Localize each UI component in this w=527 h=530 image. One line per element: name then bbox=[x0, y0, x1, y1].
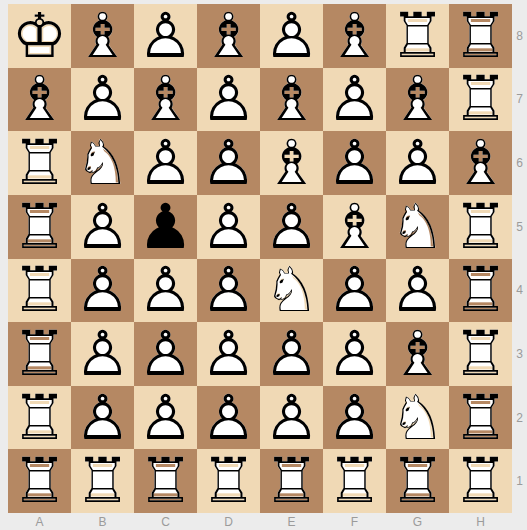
piece-outline: ♙ bbox=[134, 131, 197, 195]
piece-white-pawn[interactable]: ♟♙ bbox=[71, 322, 134, 386]
square-f7[interactable]: ♟♙ bbox=[323, 68, 386, 132]
piece-outline: ♖ bbox=[71, 449, 134, 513]
rank-label-5: 5 bbox=[512, 195, 527, 259]
square-b4[interactable]: ♟♙ bbox=[71, 259, 134, 323]
square-d7[interactable]: ♟♙ bbox=[197, 68, 260, 132]
piece-outline: ♙ bbox=[134, 322, 197, 386]
square-f2[interactable]: ♟♙ bbox=[323, 386, 386, 450]
piece-outline: ♗ bbox=[71, 4, 134, 68]
piece-outline: ♙ bbox=[323, 386, 386, 450]
piece-white-rook[interactable]: ♜♖ bbox=[71, 449, 134, 513]
square-a6[interactable]: ♜♖ bbox=[8, 131, 71, 195]
rank-label-1: 1 bbox=[512, 449, 527, 513]
square-d6[interactable]: ♟♙ bbox=[197, 131, 260, 195]
square-e1[interactable]: ♜♖ bbox=[260, 449, 323, 513]
piece-white-bishop[interactable]: ♝♗ bbox=[260, 131, 323, 195]
piece-outline: ♗ bbox=[260, 131, 323, 195]
square-g2[interactable]: ♞♘ bbox=[386, 386, 449, 450]
piece-outline: ♘ bbox=[260, 259, 323, 323]
piece-outline: ♙ bbox=[71, 68, 134, 132]
piece-outline: ♙ bbox=[197, 322, 260, 386]
rank-label-2: 2 bbox=[512, 386, 527, 450]
square-h6[interactable]: ♝♗ bbox=[449, 131, 512, 195]
piece-outline: ♘ bbox=[71, 131, 134, 195]
square-b1[interactable]: ♜♖ bbox=[71, 449, 134, 513]
piece-white-rook[interactable]: ♜♖ bbox=[323, 449, 386, 513]
piece-white-rook[interactable]: ♜♖ bbox=[449, 4, 512, 68]
square-g3[interactable]: ♝♗ bbox=[386, 322, 449, 386]
board-layout: ♚♔♝♗♟♙♝♗♟♙♝♗♜♖♜♖♝♗♟♙♝♗♟♙♝♗♟♙♝♗♜♖♜♖♞♘♟♙♟♙… bbox=[8, 4, 527, 530]
square-h7[interactable]: ♜♖ bbox=[449, 68, 512, 132]
piece-outline: ♘ bbox=[386, 195, 449, 259]
piece-outline: ♙ bbox=[134, 259, 197, 323]
square-c4[interactable]: ♟♙ bbox=[134, 259, 197, 323]
piece-outline: ♙ bbox=[197, 386, 260, 450]
square-h2[interactable]: ♜♖ bbox=[449, 386, 512, 450]
piece-white-pawn[interactable]: ♟♙ bbox=[260, 322, 323, 386]
square-c6[interactable]: ♟♙ bbox=[134, 131, 197, 195]
square-h8[interactable]: ♜♖ bbox=[449, 4, 512, 68]
piece-white-pawn[interactable]: ♟♙ bbox=[134, 4, 197, 68]
square-g4[interactable]: ♟♙ bbox=[386, 259, 449, 323]
piece-outline: ♙ bbox=[197, 131, 260, 195]
piece-outline: ♖ bbox=[323, 449, 386, 513]
piece-white-rook[interactable]: ♜♖ bbox=[449, 386, 512, 450]
rank-label-6: 6 bbox=[512, 131, 527, 195]
piece-white-bishop[interactable]: ♝♗ bbox=[323, 195, 386, 259]
piece-white-pawn[interactable]: ♟♙ bbox=[323, 131, 386, 195]
piece-outline: ♗ bbox=[386, 68, 449, 132]
piece-white-bishop[interactable]: ♝♗ bbox=[386, 322, 449, 386]
piece-outline: ♙ bbox=[134, 4, 197, 68]
piece-white-rook[interactable]: ♜♖ bbox=[197, 449, 260, 513]
square-b7[interactable]: ♟♙ bbox=[71, 68, 134, 132]
chess-board: ♚♔♝♗♟♙♝♗♟♙♝♗♜♖♜♖♝♗♟♙♝♗♟♙♝♗♟♙♝♗♜♖♜♖♞♘♟♙♟♙… bbox=[8, 4, 512, 513]
piece-white-rook[interactable]: ♜♖ bbox=[8, 322, 71, 386]
piece-black-pawn[interactable]: ♟ bbox=[134, 195, 197, 259]
square-e4[interactable]: ♞♘ bbox=[260, 259, 323, 323]
piece-white-knight[interactable]: ♞♘ bbox=[71, 131, 134, 195]
square-c3[interactable]: ♟♙ bbox=[134, 322, 197, 386]
piece-outline: ♖ bbox=[449, 322, 512, 386]
piece-white-pawn[interactable]: ♟♙ bbox=[197, 68, 260, 132]
square-a1[interactable]: ♜♖ bbox=[8, 449, 71, 513]
piece-outline: ♖ bbox=[449, 195, 512, 259]
piece-outline: ♙ bbox=[71, 195, 134, 259]
corner-spacer bbox=[512, 513, 527, 530]
piece-outline: ♙ bbox=[386, 259, 449, 323]
square-c2[interactable]: ♟♙ bbox=[134, 386, 197, 450]
square-f8[interactable]: ♝♗ bbox=[323, 4, 386, 68]
square-b5[interactable]: ♟♙ bbox=[71, 195, 134, 259]
square-e3[interactable]: ♟♙ bbox=[260, 322, 323, 386]
rank-labels: 87654321 bbox=[512, 4, 527, 513]
piece-outline: ♙ bbox=[197, 68, 260, 132]
piece-outline: ♖ bbox=[386, 449, 449, 513]
square-g6[interactable]: ♟♙ bbox=[386, 131, 449, 195]
piece-white-rook[interactable]: ♜♖ bbox=[8, 131, 71, 195]
piece-white-rook[interactable]: ♜♖ bbox=[386, 4, 449, 68]
square-b3[interactable]: ♟♙ bbox=[71, 322, 134, 386]
piece-outline: ♗ bbox=[386, 322, 449, 386]
piece-outline: ♖ bbox=[449, 259, 512, 323]
square-e8[interactable]: ♟♙ bbox=[260, 4, 323, 68]
piece-outline: ♙ bbox=[323, 131, 386, 195]
piece-outline: ♙ bbox=[260, 322, 323, 386]
piece-outline: ♙ bbox=[260, 195, 323, 259]
square-e5[interactable]: ♟♙ bbox=[260, 195, 323, 259]
square-h5[interactable]: ♜♖ bbox=[449, 195, 512, 259]
square-g8[interactable]: ♜♖ bbox=[386, 4, 449, 68]
piece-white-pawn[interactable]: ♟♙ bbox=[386, 131, 449, 195]
square-g1[interactable]: ♜♖ bbox=[386, 449, 449, 513]
square-d2[interactable]: ♟♙ bbox=[197, 386, 260, 450]
piece-white-knight[interactable]: ♞♘ bbox=[260, 259, 323, 323]
piece-outline: ♗ bbox=[323, 195, 386, 259]
square-h1[interactable]: ♜♖ bbox=[449, 449, 512, 513]
piece-outline: ♖ bbox=[449, 4, 512, 68]
piece-white-pawn[interactable]: ♟♙ bbox=[197, 195, 260, 259]
square-f4[interactable]: ♟♙ bbox=[323, 259, 386, 323]
piece-white-pawn[interactable]: ♟♙ bbox=[323, 322, 386, 386]
square-c5[interactable]: ♟ bbox=[134, 195, 197, 259]
piece-outline: ♖ bbox=[8, 322, 71, 386]
piece-outline: ♖ bbox=[449, 386, 512, 450]
piece-white-bishop[interactable]: ♝♗ bbox=[8, 68, 71, 132]
piece-outline: ♙ bbox=[323, 259, 386, 323]
piece-outline: ♖ bbox=[8, 195, 71, 259]
piece-outline: ♖ bbox=[8, 386, 71, 450]
piece-outline: ♖ bbox=[8, 259, 71, 323]
piece-outline: ♖ bbox=[449, 68, 512, 132]
piece-outline: ♗ bbox=[197, 4, 260, 68]
piece-outline: ♖ bbox=[449, 449, 512, 513]
piece-white-rook[interactable]: ♜♖ bbox=[8, 195, 71, 259]
piece-outline: ♙ bbox=[71, 259, 134, 323]
square-d5[interactable]: ♟♙ bbox=[197, 195, 260, 259]
piece-white-pawn[interactable]: ♟♙ bbox=[134, 322, 197, 386]
piece-white-bishop[interactable]: ♝♗ bbox=[260, 68, 323, 132]
square-e7[interactable]: ♝♗ bbox=[260, 68, 323, 132]
piece-white-pawn[interactable]: ♟♙ bbox=[260, 195, 323, 259]
piece-white-pawn[interactable]: ♟♙ bbox=[197, 322, 260, 386]
square-f6[interactable]: ♟♙ bbox=[323, 131, 386, 195]
piece-white-bishop[interactable]: ♝♗ bbox=[197, 4, 260, 68]
square-d1[interactable]: ♜♖ bbox=[197, 449, 260, 513]
piece-white-rook[interactable]: ♜♖ bbox=[449, 322, 512, 386]
piece-white-bishop[interactable]: ♝♗ bbox=[449, 131, 512, 195]
piece-outline: ♙ bbox=[71, 322, 134, 386]
piece-outline: ♙ bbox=[260, 386, 323, 450]
piece-white-rook[interactable]: ♜♖ bbox=[449, 68, 512, 132]
piece-outline: ♙ bbox=[71, 386, 134, 450]
rank-label-3: 3 bbox=[512, 322, 527, 386]
piece-white-pawn[interactable]: ♟♙ bbox=[323, 68, 386, 132]
piece-white-pawn[interactable]: ♟♙ bbox=[197, 131, 260, 195]
piece-outline: ♙ bbox=[386, 131, 449, 195]
square-h4[interactable]: ♜♖ bbox=[449, 259, 512, 323]
piece-outline: ♙ bbox=[134, 386, 197, 450]
piece-white-pawn[interactable]: ♟♙ bbox=[71, 195, 134, 259]
piece-white-pawn[interactable]: ♟♙ bbox=[71, 68, 134, 132]
piece-outline: ♗ bbox=[8, 68, 71, 132]
square-f5[interactable]: ♝♗ bbox=[323, 195, 386, 259]
piece-white-pawn[interactable]: ♟♙ bbox=[260, 386, 323, 450]
rank-label-8: 8 bbox=[512, 4, 527, 68]
piece-outline: ♙ bbox=[197, 259, 260, 323]
piece-outline: ♙ bbox=[260, 4, 323, 68]
square-a8[interactable]: ♚♔ bbox=[8, 4, 71, 68]
rank-label-4: 4 bbox=[512, 259, 527, 323]
piece-white-bishop[interactable]: ♝♗ bbox=[134, 68, 197, 132]
piece-outline: ♔ bbox=[8, 4, 71, 68]
rank-label-7: 7 bbox=[512, 68, 527, 132]
piece-outline: ♙ bbox=[197, 195, 260, 259]
piece-white-rook[interactable]: ♜♖ bbox=[8, 259, 71, 323]
piece-outline: ♖ bbox=[8, 131, 71, 195]
piece-white-pawn[interactable]: ♟♙ bbox=[134, 259, 197, 323]
square-a2[interactable]: ♜♖ bbox=[8, 386, 71, 450]
square-d3[interactable]: ♟♙ bbox=[197, 322, 260, 386]
square-e2[interactable]: ♟♙ bbox=[260, 386, 323, 450]
piece-outline: ♙ bbox=[323, 68, 386, 132]
piece-white-rook[interactable]: ♜♖ bbox=[134, 449, 197, 513]
piece-white-rook[interactable]: ♜♖ bbox=[449, 195, 512, 259]
square-b2[interactable]: ♟♙ bbox=[71, 386, 134, 450]
piece-white-rook[interactable]: ♜♖ bbox=[8, 449, 71, 513]
piece-outline: ♖ bbox=[197, 449, 260, 513]
piece-white-pawn[interactable]: ♟♙ bbox=[323, 259, 386, 323]
square-a7[interactable]: ♝♗ bbox=[8, 68, 71, 132]
piece-white-pawn[interactable]: ♟♙ bbox=[134, 386, 197, 450]
square-c8[interactable]: ♟♙ bbox=[134, 4, 197, 68]
square-a3[interactable]: ♜♖ bbox=[8, 322, 71, 386]
square-f3[interactable]: ♟♙ bbox=[323, 322, 386, 386]
square-f1[interactable]: ♜♖ bbox=[323, 449, 386, 513]
piece-white-rook[interactable]: ♜♖ bbox=[449, 259, 512, 323]
piece-white-pawn[interactable]: ♟♙ bbox=[71, 386, 134, 450]
piece-white-knight[interactable]: ♞♘ bbox=[386, 195, 449, 259]
square-c7[interactable]: ♝♗ bbox=[134, 68, 197, 132]
piece-white-pawn[interactable]: ♟♙ bbox=[323, 386, 386, 450]
piece-white-bishop[interactable]: ♝♗ bbox=[71, 4, 134, 68]
square-a4[interactable]: ♜♖ bbox=[8, 259, 71, 323]
piece-outline: ♖ bbox=[260, 449, 323, 513]
piece-outline: ♗ bbox=[260, 68, 323, 132]
piece-white-bishop[interactable]: ♝♗ bbox=[323, 4, 386, 68]
piece-white-pawn[interactable]: ♟♙ bbox=[197, 259, 260, 323]
piece-outline: ♗ bbox=[449, 131, 512, 195]
piece-white-pawn[interactable]: ♟♙ bbox=[134, 131, 197, 195]
piece-white-pawn[interactable]: ♟♙ bbox=[71, 259, 134, 323]
piece-white-pawn[interactable]: ♟♙ bbox=[386, 259, 449, 323]
piece-white-rook[interactable]: ♜♖ bbox=[8, 386, 71, 450]
piece-white-king[interactable]: ♚♔ bbox=[8, 4, 71, 68]
square-g5[interactable]: ♞♘ bbox=[386, 195, 449, 259]
piece-white-rook[interactable]: ♜♖ bbox=[386, 449, 449, 513]
piece-fill: ♟ bbox=[134, 195, 197, 259]
square-g7[interactable]: ♝♗ bbox=[386, 68, 449, 132]
piece-white-pawn[interactable]: ♟♙ bbox=[197, 386, 260, 450]
square-e6[interactable]: ♝♗ bbox=[260, 131, 323, 195]
piece-outline: ♖ bbox=[8, 449, 71, 513]
square-d4[interactable]: ♟♙ bbox=[197, 259, 260, 323]
piece-white-bishop[interactable]: ♝♗ bbox=[386, 68, 449, 132]
piece-white-rook[interactable]: ♜♖ bbox=[449, 449, 512, 513]
square-b8[interactable]: ♝♗ bbox=[71, 4, 134, 68]
square-a5[interactable]: ♜♖ bbox=[8, 195, 71, 259]
piece-outline: ♖ bbox=[386, 4, 449, 68]
piece-outline: ♗ bbox=[134, 68, 197, 132]
square-c1[interactable]: ♜♖ bbox=[134, 449, 197, 513]
piece-outline: ♗ bbox=[323, 4, 386, 68]
square-h3[interactable]: ♜♖ bbox=[449, 322, 512, 386]
square-d8[interactable]: ♝♗ bbox=[197, 4, 260, 68]
piece-outline: ♖ bbox=[134, 449, 197, 513]
piece-outline: ♘ bbox=[386, 386, 449, 450]
piece-outline: ♙ bbox=[323, 322, 386, 386]
piece-white-rook[interactable]: ♜♖ bbox=[260, 449, 323, 513]
piece-white-pawn[interactable]: ♟♙ bbox=[260, 4, 323, 68]
piece-white-knight[interactable]: ♞♘ bbox=[386, 386, 449, 450]
square-b6[interactable]: ♞♘ bbox=[71, 131, 134, 195]
